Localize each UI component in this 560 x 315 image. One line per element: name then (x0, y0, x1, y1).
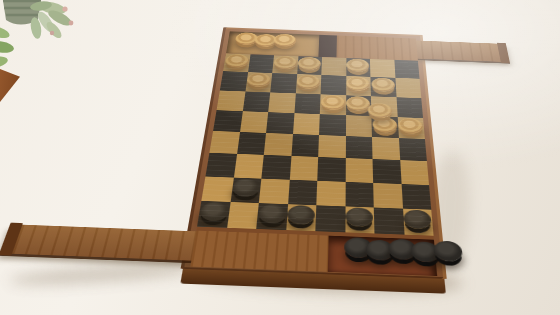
board-cell-r1c6 (346, 58, 371, 77)
checker-piece-light[interactable] (224, 54, 249, 68)
succulent-plant (0, 0, 112, 92)
bottom-slider-shadow (8, 259, 199, 288)
bottom-lid-closed-part (190, 231, 328, 272)
board-cell-r5c3 (264, 133, 293, 156)
board-cell-r2c4 (295, 74, 321, 94)
checker-piece-light[interactable] (347, 59, 370, 73)
board-cell-r3c8 (396, 97, 423, 118)
checker-piece-light[interactable] (246, 73, 271, 88)
board-cell-r6c4 (289, 156, 318, 180)
board-cell-r4c3 (266, 112, 294, 134)
checker-piece-dark[interactable] (258, 204, 287, 224)
board-cell-r5c4 (291, 134, 319, 157)
board-cell-r1c7 (370, 59, 395, 78)
board-cell-r7c7 (373, 183, 402, 209)
bottom-tray-floor (328, 236, 437, 276)
checker-piece-dark[interactable] (232, 178, 261, 197)
board-cell-r1c2 (248, 54, 274, 73)
board-cell-r4c2 (240, 111, 269, 133)
board-cell-r6c8 (400, 160, 429, 184)
board-cell-r7c6 (345, 182, 374, 208)
checker-piece-light[interactable] (273, 56, 297, 70)
checker-piece-light[interactable] (398, 118, 424, 134)
checker-piece-light[interactable] (371, 78, 395, 93)
board-cell-r2c3 (270, 73, 297, 93)
checker-piece-dark[interactable] (403, 209, 432, 229)
board-cell-r7c4 (288, 179, 318, 205)
board-cell-r2c1 (220, 71, 248, 91)
checkerboard (197, 53, 434, 235)
board-cell-r5c1 (209, 131, 239, 154)
board-cell-r6c5 (317, 157, 345, 181)
board-cell-r3c2 (242, 91, 270, 112)
checker-piece-light[interactable] (346, 96, 370, 111)
board-cell-r4c1 (213, 110, 242, 132)
checker-piece-dark[interactable] (199, 202, 229, 222)
board-cell-r3c5 (320, 94, 346, 115)
board-cell-r1c5 (321, 57, 346, 76)
board-cell-r7c2 (230, 177, 261, 203)
board-cell-r8c1 (197, 201, 230, 228)
board-cell-r7c5 (316, 180, 345, 206)
board-cell-r8c5 (315, 205, 345, 232)
checker-piece-light[interactable] (346, 77, 370, 92)
top-tray-opening (318, 35, 337, 58)
board-cell-r3c1 (217, 90, 245, 111)
board-cell-r5c8 (398, 138, 426, 161)
board-cell-r4c8 (397, 117, 425, 139)
board-cell-r6c7 (373, 159, 402, 183)
checker-piece-light[interactable] (368, 103, 393, 119)
board-cell-r6c6 (345, 158, 373, 182)
board-cell-r3c6 (346, 95, 372, 116)
board-cell-r1c8 (394, 60, 420, 79)
board-cell-r1c3 (272, 55, 298, 74)
board-cell-r1c4 (297, 56, 322, 75)
board-cell-r2c7 (370, 77, 396, 97)
draughts-box (181, 27, 447, 279)
board-cell-r2c6 (346, 76, 371, 96)
board-cell-r5c7 (372, 137, 400, 160)
board-cell-r8c2 (227, 202, 259, 229)
checker-piece-light[interactable] (298, 57, 322, 71)
board-cell-r2c8 (395, 78, 421, 98)
board-cell-r2c5 (321, 75, 346, 95)
board-cell-r1c1 (223, 53, 250, 72)
board-cell-r7c3 (259, 178, 289, 204)
checker-piece-light[interactable] (372, 117, 397, 133)
board-cell-r6c3 (261, 155, 291, 179)
board-cell-r4c6 (345, 115, 371, 137)
board-cell-r6c2 (233, 154, 263, 178)
board-cell-r8c3 (256, 203, 287, 230)
board-cell-r8c8 (402, 208, 433, 235)
top-lid-closed-part (336, 36, 417, 61)
board-cell-r3c3 (268, 92, 295, 113)
checker-piece-light[interactable] (296, 75, 320, 90)
board-cell-r4c7 (371, 116, 398, 138)
board-cell-r7c8 (401, 184, 431, 210)
board-cell-r5c2 (237, 132, 266, 155)
board-cell-r5c5 (318, 135, 345, 158)
board-cell-r8c6 (345, 206, 375, 233)
board-cell-r3c4 (294, 93, 321, 114)
board-cell-r8c7 (374, 207, 404, 234)
board-cell-r4c4 (293, 113, 320, 135)
board-cell-r6c1 (205, 153, 236, 177)
board-cell-r8c4 (286, 204, 317, 231)
checker-piece-light[interactable] (321, 95, 345, 110)
scene (0, 0, 560, 315)
board-cell-r7c1 (201, 176, 233, 202)
checker-piece-dark[interactable] (346, 207, 374, 227)
tray-piece-light[interactable] (273, 34, 296, 47)
board-cell-r2c2 (245, 72, 272, 92)
board-cell-r4c5 (319, 114, 346, 136)
board-cell-r5c6 (345, 136, 372, 159)
checker-piece-dark[interactable] (287, 205, 315, 225)
